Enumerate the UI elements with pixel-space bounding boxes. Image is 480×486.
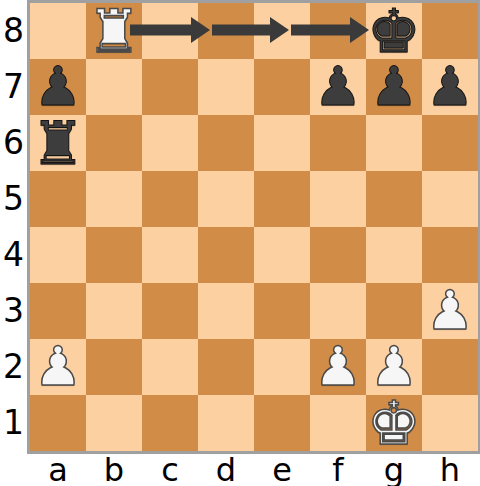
square-c1[interactable] xyxy=(142,395,198,451)
file-label-g: g xyxy=(366,452,422,486)
square-e6[interactable] xyxy=(254,115,310,171)
black-pawn-h7[interactable]: ♟ xyxy=(422,59,478,115)
rank-label-3: 3 xyxy=(0,283,27,339)
square-h5[interactable] xyxy=(422,171,478,227)
rank-label-7: 7 xyxy=(0,59,27,115)
square-d1[interactable] xyxy=(198,395,254,451)
square-g1[interactable]: ♚ xyxy=(366,395,422,451)
rank-label-4: 4 xyxy=(0,227,27,283)
square-e8[interactable] xyxy=(254,3,310,59)
white-pawn-g2[interactable]: ♟ xyxy=(366,339,422,395)
square-d8[interactable] xyxy=(198,3,254,59)
square-h3[interactable]: ♟ xyxy=(422,283,478,339)
black-pawn-f7[interactable]: ♟ xyxy=(310,59,366,115)
square-h6[interactable] xyxy=(422,115,478,171)
square-g5[interactable] xyxy=(366,171,422,227)
square-c7[interactable] xyxy=(142,59,198,115)
file-label-c: c xyxy=(142,452,198,486)
chess-board: ♜♚♟♟♟♟♜♟♟♟♟♚ xyxy=(27,0,480,454)
square-f5[interactable] xyxy=(310,171,366,227)
square-h8[interactable] xyxy=(422,3,478,59)
square-g7[interactable]: ♟ xyxy=(366,59,422,115)
square-b5[interactable] xyxy=(86,171,142,227)
square-b7[interactable] xyxy=(86,59,142,115)
rank-label-2: 2 xyxy=(0,339,27,395)
file-labels: abcdefgh xyxy=(30,452,478,486)
square-a8[interactable] xyxy=(30,3,86,59)
square-d4[interactable] xyxy=(198,227,254,283)
white-pawn-a2[interactable]: ♟ xyxy=(30,339,86,395)
black-pawn-g7[interactable]: ♟ xyxy=(366,59,422,115)
file-label-h: h xyxy=(422,452,478,486)
square-a4[interactable] xyxy=(30,227,86,283)
square-d6[interactable] xyxy=(198,115,254,171)
square-h4[interactable] xyxy=(422,227,478,283)
file-label-a: a xyxy=(30,452,86,486)
black-pawn-a7[interactable]: ♟ xyxy=(30,59,86,115)
square-a6[interactable]: ♜ xyxy=(30,115,86,171)
square-c3[interactable] xyxy=(142,283,198,339)
square-f4[interactable] xyxy=(310,227,366,283)
rank-label-5: 5 xyxy=(0,171,27,227)
black-rook-a6[interactable]: ♜ xyxy=(30,115,86,171)
square-b2[interactable] xyxy=(86,339,142,395)
rank-labels: 87654321 xyxy=(0,3,27,451)
square-b6[interactable] xyxy=(86,115,142,171)
file-label-e: e xyxy=(254,452,310,486)
square-g8[interactable]: ♚ xyxy=(366,3,422,59)
white-pawn-h3[interactable]: ♟ xyxy=(422,283,478,339)
square-a7[interactable]: ♟ xyxy=(30,59,86,115)
square-f6[interactable] xyxy=(310,115,366,171)
square-d3[interactable] xyxy=(198,283,254,339)
square-b3[interactable] xyxy=(86,283,142,339)
square-g6[interactable] xyxy=(366,115,422,171)
square-e3[interactable] xyxy=(254,283,310,339)
rank-label-6: 6 xyxy=(0,115,27,171)
square-a3[interactable] xyxy=(30,283,86,339)
rank-label-1: 1 xyxy=(0,395,27,451)
square-d2[interactable] xyxy=(198,339,254,395)
file-label-b: b xyxy=(86,452,142,486)
square-c4[interactable] xyxy=(142,227,198,283)
white-king-g1[interactable]: ♚ xyxy=(366,395,422,451)
square-c8[interactable] xyxy=(142,3,198,59)
file-label-f: f xyxy=(310,452,366,486)
square-h2[interactable] xyxy=(422,339,478,395)
square-f2[interactable]: ♟ xyxy=(310,339,366,395)
square-e4[interactable] xyxy=(254,227,310,283)
square-g4[interactable] xyxy=(366,227,422,283)
square-a5[interactable] xyxy=(30,171,86,227)
file-label-d: d xyxy=(198,452,254,486)
rank-label-8: 8 xyxy=(0,3,27,59)
chess-diagram: 87654321 ♜♚♟♟♟♟♜♟♟♟♟♚ abcdefgh xyxy=(0,0,480,486)
square-d7[interactable] xyxy=(198,59,254,115)
square-a1[interactable] xyxy=(30,395,86,451)
square-b1[interactable] xyxy=(86,395,142,451)
square-f8[interactable] xyxy=(310,3,366,59)
square-b4[interactable] xyxy=(86,227,142,283)
square-e5[interactable] xyxy=(254,171,310,227)
square-f3[interactable] xyxy=(310,283,366,339)
square-b8[interactable]: ♜ xyxy=(86,3,142,59)
black-king-g8[interactable]: ♚ xyxy=(366,3,422,59)
square-f7[interactable]: ♟ xyxy=(310,59,366,115)
square-g3[interactable] xyxy=(366,283,422,339)
square-g2[interactable]: ♟ xyxy=(366,339,422,395)
square-c2[interactable] xyxy=(142,339,198,395)
square-c5[interactable] xyxy=(142,171,198,227)
square-c6[interactable] xyxy=(142,115,198,171)
white-rook-b8[interactable]: ♜ xyxy=(86,3,142,59)
square-e1[interactable] xyxy=(254,395,310,451)
square-h7[interactable]: ♟ xyxy=(422,59,478,115)
white-pawn-f2[interactable]: ♟ xyxy=(310,339,366,395)
square-h1[interactable] xyxy=(422,395,478,451)
square-d5[interactable] xyxy=(198,171,254,227)
square-a2[interactable]: ♟ xyxy=(30,339,86,395)
square-f1[interactable] xyxy=(310,395,366,451)
square-e7[interactable] xyxy=(254,59,310,115)
square-e2[interactable] xyxy=(254,339,310,395)
